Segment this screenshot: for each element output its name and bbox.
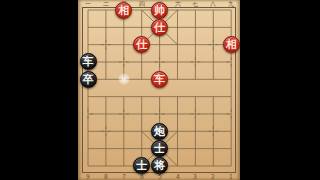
file-label-top: 四 bbox=[138, 1, 145, 7]
piece-red-advisor-1[interactable]: 仕 bbox=[151, 19, 168, 36]
xiangqi-board[interactable]: 一二三四五六七八九987654321 相帅仕仕相车车卒炮士士将 bbox=[78, 0, 240, 180]
file-label-bottom: 2 bbox=[210, 174, 217, 180]
file-label-bottom: 7 bbox=[120, 174, 127, 180]
file-label-top: 八 bbox=[210, 1, 217, 7]
file-label-top: 七 bbox=[192, 1, 199, 7]
piece-red-elephant-1[interactable]: 相 bbox=[115, 2, 132, 19]
file-label-bottom: 3 bbox=[192, 174, 199, 180]
video-frame: 一二三四五六七八九987654321 相帅仕仕相车车卒炮士士将 bbox=[0, 0, 320, 180]
file-label-top: 九 bbox=[228, 1, 235, 7]
file-label-bottom: 4 bbox=[174, 174, 181, 180]
file-label-bottom: 1 bbox=[228, 174, 235, 180]
file-label-top: 二 bbox=[103, 1, 110, 7]
piece-black-cannon[interactable]: 炮 bbox=[151, 123, 168, 140]
piece-black-chariot[interactable]: 车 bbox=[80, 53, 97, 70]
piece-red-elephant-2[interactable]: 相 bbox=[223, 36, 240, 53]
piece-red-chariot[interactable]: 车 bbox=[151, 71, 168, 88]
piece-red-general[interactable]: 帅 bbox=[151, 2, 168, 19]
file-label-top: 一 bbox=[85, 1, 92, 7]
file-label-bottom: 8 bbox=[103, 174, 110, 180]
piece-black-pawn[interactable]: 卒 bbox=[80, 71, 97, 88]
file-label-top: 六 bbox=[174, 1, 181, 7]
file-label-bottom: 9 bbox=[85, 174, 92, 180]
file-label-bottom: 5 bbox=[156, 174, 163, 180]
file-label-bottom: 6 bbox=[138, 174, 145, 180]
